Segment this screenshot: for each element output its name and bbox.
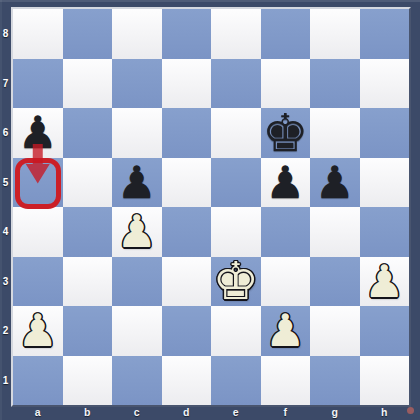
square-e2[interactable] [211,306,261,356]
square-e8[interactable] [211,9,261,59]
square-h3[interactable]: ♟ [360,257,410,307]
square-a5[interactable] [13,158,63,208]
file-label-b: b [63,404,113,420]
rank-label-8: 8 [0,9,11,59]
file-label-h: h [360,404,410,420]
rank-label-5: 5 [0,158,11,208]
rank-label-2: 2 [0,306,11,356]
square-c7[interactable] [112,59,162,109]
rank-label-6: 6 [0,108,11,158]
black-pawn-f5[interactable]: ♟ [265,160,305,205]
rank-labels: 87654321 [0,9,11,405]
black-pawn-g5[interactable]: ♟ [315,160,355,205]
square-d4[interactable] [162,207,212,257]
file-label-g: g [310,404,360,420]
square-a8[interactable] [13,9,63,59]
square-e6[interactable] [211,108,261,158]
square-f3[interactable] [261,257,311,307]
square-a2[interactable]: ♟ [13,306,63,356]
file-label-a: a [13,404,63,420]
square-b6[interactable] [63,108,113,158]
square-f1[interactable] [261,356,311,406]
square-b7[interactable] [63,59,113,109]
square-b1[interactable] [63,356,113,406]
square-h5[interactable] [360,158,410,208]
white-pawn-f2[interactable]: ♟ [265,308,305,353]
square-f7[interactable] [261,59,311,109]
square-d6[interactable] [162,108,212,158]
square-c5[interactable]: ♟ [112,158,162,208]
file-labels: abcdefgh [13,404,409,420]
square-e4[interactable] [211,207,261,257]
square-h1[interactable] [360,356,410,406]
square-g6[interactable] [310,108,360,158]
black-pawn-a6[interactable]: ♟ [18,110,58,155]
file-label-f: f [261,404,311,420]
square-g7[interactable] [310,59,360,109]
square-d1[interactable] [162,356,212,406]
file-label-c: c [112,404,162,420]
file-label-e: e [211,404,261,420]
square-b8[interactable] [63,9,113,59]
square-h8[interactable] [360,9,410,59]
white-pawn-h3[interactable]: ♟ [364,259,404,304]
square-d8[interactable] [162,9,212,59]
rank-label-1: 1 [0,356,11,406]
square-f5[interactable]: ♟ [261,158,311,208]
rank-label-4: 4 [0,207,11,257]
black-king-f6[interactable]: ♚ [262,107,309,159]
square-e1[interactable] [211,356,261,406]
square-e3[interactable]: ♚ [211,257,261,307]
square-g1[interactable] [310,356,360,406]
square-a3[interactable] [13,257,63,307]
square-h7[interactable] [360,59,410,109]
square-d5[interactable] [162,158,212,208]
square-a1[interactable] [13,356,63,406]
square-c1[interactable] [112,356,162,406]
square-f6[interactable]: ♚ [261,108,311,158]
square-a4[interactable] [13,207,63,257]
rank-label-7: 7 [0,59,11,109]
square-b3[interactable] [63,257,113,307]
square-c8[interactable] [112,9,162,59]
white-pawn-c4[interactable]: ♟ [117,209,157,254]
square-c3[interactable] [112,257,162,307]
square-b2[interactable] [63,306,113,356]
square-d7[interactable] [162,59,212,109]
square-c2[interactable] [112,306,162,356]
square-c4[interactable]: ♟ [112,207,162,257]
chess-board: ♟♚♟♟♟♟♚♟♟♟ [11,7,411,407]
chess-diagram: ♟♚♟♟♟♟♚♟♟♟ 87654321 abcdefgh [0,0,420,420]
square-g5[interactable]: ♟ [310,158,360,208]
square-e7[interactable] [211,59,261,109]
square-b5[interactable] [63,158,113,208]
square-f2[interactable]: ♟ [261,306,311,356]
square-g3[interactable] [310,257,360,307]
square-g8[interactable] [310,9,360,59]
square-h2[interactable] [360,306,410,356]
square-f8[interactable] [261,9,311,59]
white-king-e3[interactable]: ♚ [212,255,259,307]
white-pawn-a2[interactable]: ♟ [18,308,58,353]
black-pawn-c5[interactable]: ♟ [117,160,157,205]
square-f4[interactable] [261,207,311,257]
square-a7[interactable] [13,59,63,109]
square-a6[interactable]: ♟ [13,108,63,158]
square-d2[interactable] [162,306,212,356]
square-c6[interactable] [112,108,162,158]
square-h6[interactable] [360,108,410,158]
file-label-d: d [162,404,212,420]
square-h4[interactable] [360,207,410,257]
rank-label-3: 3 [0,257,11,307]
square-d3[interactable] [162,257,212,307]
square-g4[interactable] [310,207,360,257]
square-b4[interactable] [63,207,113,257]
square-g2[interactable] [310,306,360,356]
square-e5[interactable] [211,158,261,208]
